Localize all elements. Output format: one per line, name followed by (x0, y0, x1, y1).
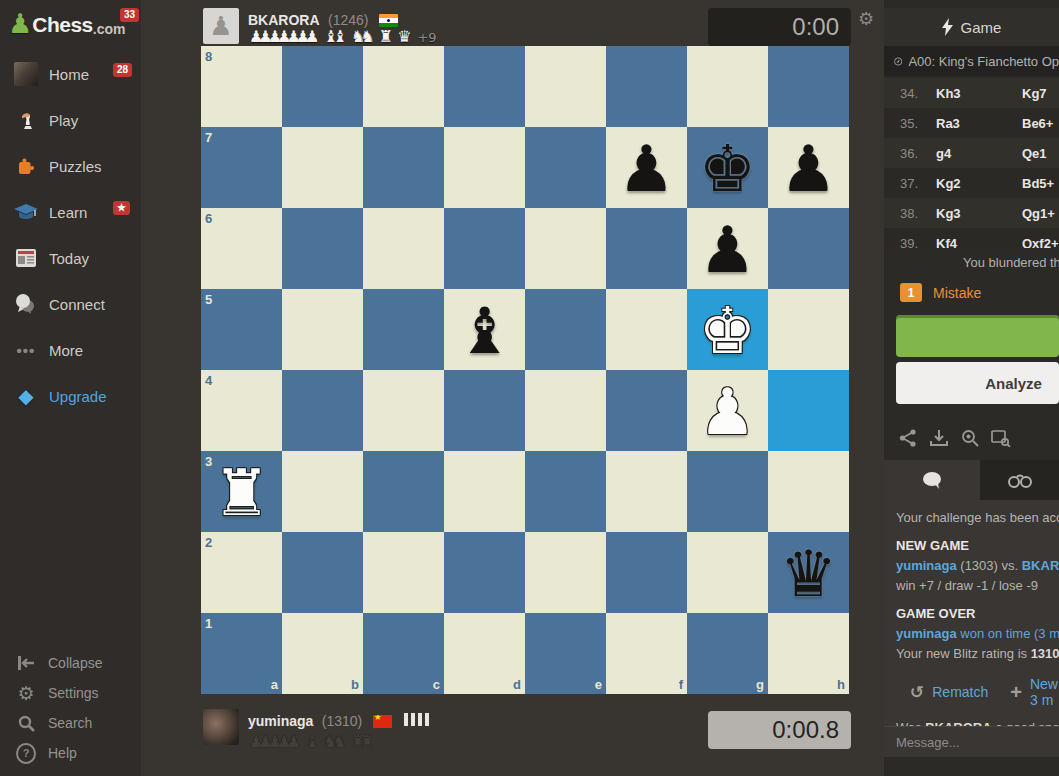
default-pawn-avatar-icon: ♟ (209, 8, 232, 44)
piece-bp-g6[interactable]: ♟ (687, 208, 768, 289)
square-g2[interactable] (687, 532, 768, 613)
plus-icon: + (1010, 684, 1022, 700)
top-player-rating: (1246) (328, 12, 368, 28)
chat-text: GAME OVER (896, 606, 975, 621)
file-label-a: a (271, 677, 278, 692)
square-a7[interactable]: 7 (201, 127, 282, 208)
sidebar-footer: Collapse ⚙ Settings Search ? Help (0, 648, 141, 768)
home-badge: 28 (113, 63, 132, 77)
streak-indicator (404, 713, 429, 726)
square-b8[interactable] (282, 46, 363, 127)
move-number: 38. (900, 206, 922, 221)
panel-footer-strip (884, 757, 1059, 776)
sidebar-item-label: Puzzles (49, 158, 102, 175)
move-row: 37.Kg2Bd5+ (884, 168, 1059, 198)
white-move[interactable]: Kg3 (936, 206, 1022, 221)
chat-message: yuminaga won on time (3 m (896, 626, 1059, 642)
chat-bubbles-icon (13, 291, 39, 317)
brand-text: Chess (32, 13, 93, 37)
piece-bb-d5[interactable]: ♝ (444, 289, 525, 370)
chess-com-app: ♟ Chess .com 33 Home 28 Play Puzzles (0, 0, 1059, 776)
square-h7[interactable]: ♟ (768, 127, 849, 208)
top-clock-time: 0:00 (792, 13, 839, 41)
square-f4[interactable] (606, 370, 687, 451)
square-f8[interactable] (606, 46, 687, 127)
captured-group: ♟♟♟♟♟ (249, 732, 296, 751)
move-row: 35.Ra3Be6+ (884, 108, 1059, 138)
square-f6[interactable] (606, 208, 687, 289)
square-h2[interactable]: ♛ (768, 532, 849, 613)
square-b5[interactable] (282, 289, 363, 370)
piece-wk-g5[interactable]: ♚ (687, 289, 768, 370)
captured-group: ♝♝ (323, 27, 342, 46)
piece-bk-g7[interactable]: ♚ (687, 127, 768, 208)
bottom-player-captured-pieces: ♟♟♟♟♟♝♞♞♜♜ (249, 734, 378, 750)
move-number: 39. (900, 236, 922, 249)
square-c3[interactable] (363, 451, 444, 532)
square-c7[interactable] (363, 127, 444, 208)
tab-game-label: Game (961, 19, 1002, 36)
move-row: 36.g4Qe1 (884, 138, 1059, 168)
square-f5[interactable] (606, 289, 687, 370)
white-move[interactable]: Kg2 (936, 176, 1022, 191)
game-review-button[interactable] (896, 315, 1059, 357)
search-button[interactable]: Search (0, 708, 141, 738)
sidebar-item-label: More (49, 342, 83, 359)
square-h4[interactable] (768, 370, 849, 451)
china-flag-icon (373, 715, 392, 728)
piece-bp-f7[interactable]: ♟ (606, 127, 687, 208)
newspaper-icon (13, 245, 39, 271)
zoom-magnifier-button[interactable] (960, 428, 980, 448)
square-d6[interactable] (444, 208, 525, 289)
tab-game[interactable]: Game (884, 8, 1059, 46)
graduation-cap-icon (13, 199, 39, 225)
rank-label-5: 5 (205, 292, 212, 307)
sidebar-item-label: Learn (49, 204, 87, 221)
piece-wp-g4[interactable]: ♟ (687, 370, 768, 451)
bottom-player-name[interactable]: yuminaga (248, 713, 313, 729)
rank-label-4: 4 (205, 373, 212, 388)
square-d2[interactable] (444, 532, 525, 613)
message-placeholder: Message... (896, 735, 960, 750)
square-d5[interactable]: ♝ (444, 289, 525, 370)
square-d3[interactable] (444, 451, 525, 532)
bottom-player-info: yuminaga (1310) (248, 712, 429, 730)
move-list: 34.Kh3Kg735.Ra3Be6+36.g4Qe137.Kg2Bd5+38.… (884, 78, 1059, 248)
square-c1[interactable]: c (363, 613, 444, 694)
sidebar-item-today[interactable]: Today (0, 235, 141, 281)
captured-group: ♛ (397, 27, 406, 46)
post-game-actions: ↺Rematch+New 3 m (910, 676, 1059, 708)
more-dots-icon: ••• (13, 337, 39, 363)
chat-message: NEW GAME (896, 538, 1059, 554)
file-label-b: b (351, 677, 359, 692)
share-button[interactable] (898, 428, 918, 448)
square-e8[interactable] (525, 46, 606, 127)
help-button[interactable]: ? Help (0, 738, 141, 768)
bottom-player-clock: 0:00.8 (708, 711, 851, 749)
sidebar-item-home[interactable]: Home 28 (0, 51, 141, 97)
footer-item-label: Settings (48, 685, 99, 701)
top-player-name[interactable]: BKARORA (248, 12, 320, 28)
square-d8[interactable] (444, 46, 525, 127)
chat-text: Your new Blitz rating is (896, 646, 1031, 661)
chat-player-link[interactable]: yuminaga (896, 558, 957, 573)
top-player-clock: 0:00 (708, 8, 851, 46)
square-h8[interactable] (768, 46, 849, 127)
sidebar-item-label: Connect (49, 296, 105, 313)
square-e1[interactable]: e (525, 613, 606, 694)
square-e3[interactable] (525, 451, 606, 532)
black-move[interactable]: Be6+ (1022, 116, 1053, 131)
game-panel: Game A00: King's Fianchetto Op 34.Kh3Kg7… (884, 0, 1059, 776)
square-f3[interactable] (606, 451, 687, 532)
chat-log: Your challenge has been accNEW GAMEyumin… (884, 500, 1059, 726)
lightning-icon (942, 18, 954, 36)
new-game-button[interactable]: New 3 m (1030, 676, 1059, 708)
square-b4[interactable] (282, 370, 363, 451)
bottom-player-avatar[interactable] (203, 709, 239, 745)
chat-text: Your challenge has been acc (896, 510, 1059, 525)
file-label-f: f (679, 677, 683, 692)
rank-label-8: 8 (205, 49, 212, 64)
chat-watch-tabs (884, 460, 1059, 500)
white-move[interactable]: Kf4 (936, 236, 1022, 249)
rank-label-1: 1 (205, 616, 212, 631)
black-move[interactable]: Qe1 (1022, 146, 1047, 161)
square-g3[interactable] (687, 451, 768, 532)
chess-board: 87♟♚♟6♟5♝♚4♟3♜2♛1abcdefgh (201, 46, 849, 694)
square-e7[interactable] (525, 127, 606, 208)
square-g1[interactable]: g (687, 613, 768, 694)
chat-text: NEW GAME (896, 538, 969, 553)
board-settings-gear-icon[interactable]: ⚙ (858, 8, 874, 29)
sidebar-item-learn[interactable]: Learn ★ (0, 189, 141, 235)
footer-item-label: Collapse (48, 655, 102, 671)
move-row: 38.Kg3Qg1+ (884, 198, 1059, 228)
captured-group: ♝ (305, 732, 314, 751)
chat-text: 1310 (1031, 646, 1059, 661)
black-move[interactable]: Kg7 (1022, 86, 1047, 101)
tab-chat[interactable] (884, 460, 980, 500)
footer-item-label: Search (48, 715, 92, 731)
notifications-badge: 33 (120, 8, 139, 22)
sidebar-item-upgrade[interactable]: ◆ Upgrade (0, 373, 141, 419)
chat-message: win +7 / draw -1 / lose -9 (896, 578, 1059, 594)
opening-row[interactable]: A00: King's Fianchetto Op (884, 46, 1059, 76)
settings-button[interactable]: ⚙ Settings (0, 678, 141, 708)
rematch-icon: ↺ (910, 684, 924, 700)
square-d7[interactable] (444, 127, 525, 208)
square-f7[interactable]: ♟ (606, 127, 687, 208)
move-row: 34.Kh3Kg7 (884, 78, 1059, 108)
move-row: 39.Kf4Qxf2+ (884, 228, 1059, 248)
black-move[interactable]: Qxf2+ (1022, 236, 1059, 249)
mistake-row: 1 Mistake (900, 283, 981, 302)
footer-item-label: Help (48, 745, 77, 761)
square-b3[interactable] (282, 451, 363, 532)
rank-label-6: 6 (205, 211, 212, 226)
opening-name: A00: King's Fianchetto Op (908, 54, 1059, 69)
mistake-label: Mistake (933, 285, 981, 301)
square-b2[interactable] (282, 532, 363, 613)
bottom-player-rating: (1310) (322, 713, 362, 729)
file-label-e: e (595, 677, 602, 692)
square-c6[interactable] (363, 208, 444, 289)
chat-text: win +7 / draw -1 / lose -9 (896, 578, 1038, 593)
square-a8[interactable]: 8 (201, 46, 282, 127)
message-input[interactable]: Message... (884, 726, 1059, 757)
square-a4[interactable]: 4 (201, 370, 282, 451)
collapse-icon (16, 653, 36, 673)
move-number: 34. (900, 86, 922, 101)
rank-label-7: 7 (205, 130, 212, 145)
square-a6[interactable]: 6 (201, 208, 282, 289)
square-g8[interactable] (687, 46, 768, 127)
square-e2[interactable] (525, 532, 606, 613)
collapse-button[interactable]: Collapse (0, 648, 141, 678)
square-e6[interactable] (525, 208, 606, 289)
sidebar-item-label: Play (49, 112, 78, 129)
white-move[interactable]: Kh3 (936, 86, 1022, 101)
square-a2[interactable]: 2 (201, 532, 282, 613)
sidebar-item-label: Upgrade (49, 388, 107, 405)
square-g7[interactable]: ♚ (687, 127, 768, 208)
square-c4[interactable] (363, 370, 444, 451)
square-d4[interactable] (444, 370, 525, 451)
settings-gear-icon: ⚙ (16, 683, 36, 703)
square-h3[interactable] (768, 451, 849, 532)
square-a5[interactable]: 5 (201, 289, 282, 370)
square-e4[interactable] (525, 370, 606, 451)
square-a3[interactable]: 3♜ (201, 451, 282, 532)
rematch-button[interactable]: Rematch (932, 684, 988, 700)
rank-label-2: 2 (205, 535, 212, 550)
binoculars-icon (1007, 472, 1033, 488)
square-b6[interactable] (282, 208, 363, 289)
square-c8[interactable] (363, 46, 444, 127)
top-player-captured-pieces: ♟♟♟♟♟♟♟♝♝♞♞♜♛+9 (249, 29, 437, 46)
move-number: 35. (900, 116, 922, 131)
white-move[interactable]: g4 (936, 146, 1022, 161)
square-b7[interactable] (282, 127, 363, 208)
file-label-c: c (433, 677, 440, 692)
india-flag-icon (379, 14, 398, 27)
move-number: 37. (900, 176, 922, 191)
black-move[interactable]: Bd5+ (1022, 176, 1054, 191)
move-number: 36. (900, 146, 922, 161)
square-h5[interactable] (768, 289, 849, 370)
chat-bubble-icon (921, 471, 943, 489)
chat-player-link[interactable]: BKAR (1022, 558, 1059, 573)
chat-message: Your challenge has been acc (896, 510, 1059, 526)
square-d1[interactable]: d (444, 613, 525, 694)
black-move[interactable]: Qg1+ (1022, 206, 1055, 221)
sidebar-item-label: Home (49, 66, 89, 83)
play-pawn-icon (13, 107, 39, 133)
tab-watch[interactable] (980, 460, 1059, 500)
chesscom-logo[interactable]: ♟ Chess .com 33 (0, 0, 141, 37)
puzzle-icon (13, 153, 39, 179)
logo-pawn-icon: ♟ (8, 10, 32, 37)
analyze-label: Analyze (985, 375, 1042, 392)
sidebar-item-label: Today (49, 250, 89, 267)
captured-group: ♜♜ (351, 732, 370, 751)
file-label-g: g (756, 677, 764, 692)
download-button[interactable] (929, 428, 949, 448)
square-h1[interactable]: h (768, 613, 849, 694)
chat-message: Your new Blitz rating is 1310 (896, 646, 1059, 662)
square-a1[interactable]: 1a (201, 613, 282, 694)
captured-group: ♟♟♟♟♟♟♟ (249, 27, 314, 46)
piece-bp-h7[interactable]: ♟ (768, 127, 849, 208)
square-g5[interactable]: ♚ (687, 289, 768, 370)
square-e5[interactable] (525, 289, 606, 370)
home-avatar-icon (13, 61, 39, 87)
chat-player-link[interactable]: won on time (3 m (957, 626, 1059, 641)
file-label-h: h (837, 677, 845, 692)
file-label-d: d (513, 677, 521, 692)
sidebar-item-play[interactable]: Play (0, 97, 141, 143)
bottom-clock-time: 0:00.8 (772, 716, 839, 744)
diamond-icon: ◆ (13, 383, 39, 409)
piece-wr-a3[interactable]: ♜ (201, 451, 282, 532)
captured-group: ♞♞ (351, 27, 370, 46)
sidebar-item-connect[interactable]: Connect (0, 281, 141, 327)
help-icon: ? (16, 743, 36, 763)
top-player-avatar[interactable]: ♟ (203, 8, 239, 44)
blunder-text: You blundered th (884, 255, 1059, 270)
tool-row (898, 428, 1011, 448)
sidebar: ♟ Chess .com 33 Home 28 Play Puzzles (0, 0, 141, 776)
square-b1[interactable]: b (282, 613, 363, 694)
search-icon (16, 713, 36, 733)
chat-text: (1303) vs. (957, 558, 1022, 573)
white-move[interactable]: Ra3 (936, 116, 1022, 131)
square-c5[interactable] (363, 289, 444, 370)
chat-message: GAME OVER (896, 606, 1059, 622)
mistake-count-badge: 1 (900, 283, 922, 302)
sidebar-nav: Home 28 Play Puzzles Learn ★ (0, 51, 141, 419)
board-search-button[interactable] (991, 428, 1011, 448)
material-advantage: +9 (417, 30, 436, 45)
square-g6[interactable]: ♟ (687, 208, 768, 289)
sidebar-item-puzzles[interactable]: Puzzles (0, 143, 141, 189)
square-f1[interactable]: f (606, 613, 687, 694)
chat-player-link[interactable]: yuminaga (896, 626, 957, 641)
brand-suffix: .com (93, 21, 126, 37)
analyze-button[interactable]: Analyze (896, 362, 1059, 404)
piece-bq-h2[interactable]: ♛ (768, 532, 849, 613)
learn-star-badge: ★ (113, 201, 130, 215)
captured-group: ♜ (379, 27, 388, 46)
square-g4[interactable]: ♟ (687, 370, 768, 451)
chat-message: yuminaga (1303) vs. BKAR (896, 558, 1059, 574)
captured-group: ♞♞ (323, 732, 342, 751)
square-c2[interactable] (363, 532, 444, 613)
sidebar-item-more[interactable]: ••• More (0, 327, 141, 373)
square-f2[interactable] (606, 532, 687, 613)
square-h6[interactable] (768, 208, 849, 289)
opening-explorer-icon (894, 54, 902, 69)
